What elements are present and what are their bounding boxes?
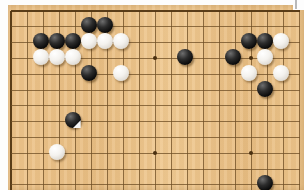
grid-line-horizontal	[11, 137, 300, 138]
white-stone-D16	[49, 49, 65, 65]
grid-line-vertical	[27, 11, 28, 190]
black-stone-Q17	[241, 33, 257, 49]
board-edge-line-top	[11, 10, 300, 12]
grid-line-horizontal	[11, 105, 300, 106]
black-stone-R17	[257, 33, 273, 49]
star-point	[249, 56, 253, 60]
black-stone-P16	[225, 49, 241, 65]
white-stone-E16	[65, 49, 81, 65]
black-stone-G18	[97, 17, 113, 33]
grid-line-vertical	[299, 11, 300, 190]
screenshot-root	[0, 0, 304, 190]
star-point	[153, 56, 157, 60]
black-stone-R8	[257, 175, 273, 190]
white-stone-H15	[113, 65, 129, 81]
grid-line-vertical	[187, 11, 188, 190]
black-stone-M16	[177, 49, 193, 65]
last-move-triangle-marker	[72, 119, 81, 128]
black-stone-E12	[65, 112, 81, 128]
grid-line-vertical	[203, 11, 204, 190]
white-stone-G17	[97, 33, 113, 49]
black-stone-R14	[257, 81, 273, 97]
star-point	[249, 151, 253, 155]
star-point	[153, 151, 157, 155]
go-board[interactable]	[8, 5, 304, 190]
white-stone-R16	[257, 49, 273, 65]
grid-line-horizontal	[11, 26, 300, 27]
grid-line-vertical	[219, 11, 220, 190]
white-stone-F17	[81, 33, 97, 49]
black-stone-F18	[81, 17, 97, 33]
white-stone-D10	[49, 144, 65, 160]
black-stone-D17	[49, 33, 65, 49]
black-stone-F15	[81, 65, 97, 81]
grid-line-horizontal	[11, 169, 300, 170]
white-stone-S17	[273, 33, 289, 49]
white-stone-H17	[113, 33, 129, 49]
white-stone-S15	[273, 65, 289, 81]
board-edge-line-left	[10, 11, 12, 190]
white-stone-Q15	[241, 65, 257, 81]
grid-line-vertical	[155, 11, 156, 190]
black-stone-E17	[65, 33, 81, 49]
grid-line-vertical	[139, 11, 140, 190]
grid-line-horizontal	[11, 121, 300, 122]
page-background-left	[0, 0, 8, 190]
grid-line-vertical	[235, 11, 236, 190]
page-background-top	[0, 0, 304, 5]
scrollbar-fragment[interactable]	[295, 0, 297, 9]
white-stone-C16	[33, 49, 49, 65]
black-stone-C17	[33, 33, 49, 49]
grid-line-vertical	[171, 11, 172, 190]
